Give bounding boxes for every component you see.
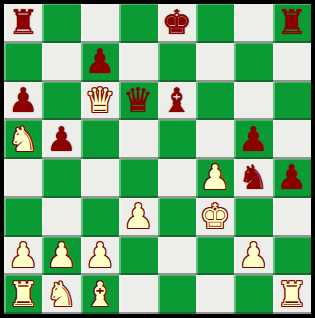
- square-g8[interactable]: [234, 4, 272, 43]
- square-e8[interactable]: ♚: [158, 4, 196, 43]
- square-d7[interactable]: [119, 43, 157, 82]
- square-a1[interactable]: ♜: [4, 275, 42, 314]
- chess-board: ♜♚♜♟♟♛♛♝♞♟♟♟♞♟♟♚♟♟♟♟♜♞♝♜: [4, 4, 311, 314]
- square-e5[interactable]: [158, 120, 196, 159]
- square-b6[interactable]: [42, 82, 80, 121]
- square-h1[interactable]: ♜: [273, 275, 311, 314]
- piece-white-knight[interactable]: ♞: [46, 275, 76, 312]
- piece-white-pawn[interactable]: ♟: [238, 237, 268, 274]
- square-g2[interactable]: ♟: [234, 237, 272, 276]
- square-e1[interactable]: [158, 275, 196, 314]
- square-a6[interactable]: ♟: [4, 82, 42, 121]
- square-b1[interactable]: ♞: [42, 275, 80, 314]
- piece-black-pawn[interactable]: ♟: [238, 120, 268, 157]
- piece-white-rook[interactable]: ♜: [277, 275, 307, 312]
- square-b3[interactable]: [42, 198, 80, 237]
- square-a3[interactable]: [4, 198, 42, 237]
- piece-black-pawn[interactable]: ♟: [8, 82, 38, 119]
- square-f2[interactable]: [196, 237, 234, 276]
- square-c6[interactable]: ♛: [81, 82, 119, 121]
- square-c7[interactable]: ♟: [81, 43, 119, 82]
- piece-white-pawn[interactable]: ♟: [200, 159, 230, 196]
- piece-black-king[interactable]: ♚: [161, 4, 191, 41]
- square-g1[interactable]: [234, 275, 272, 314]
- square-b8[interactable]: [42, 4, 80, 43]
- square-b7[interactable]: [42, 43, 80, 82]
- piece-black-pawn[interactable]: ♟: [46, 120, 76, 157]
- square-g5[interactable]: ♟: [234, 120, 272, 159]
- piece-black-knight[interactable]: ♞: [238, 159, 268, 196]
- piece-black-rook[interactable]: ♜: [8, 4, 38, 41]
- square-g6[interactable]: [234, 82, 272, 121]
- square-d4[interactable]: [119, 159, 157, 198]
- piece-white-knight[interactable]: ♞: [8, 120, 38, 157]
- square-c3[interactable]: [81, 198, 119, 237]
- square-f7[interactable]: [196, 43, 234, 82]
- piece-white-pawn[interactable]: ♟: [8, 237, 38, 274]
- square-f3[interactable]: ♚: [196, 198, 234, 237]
- square-f4[interactable]: ♟: [196, 159, 234, 198]
- square-g4[interactable]: ♞: [234, 159, 272, 198]
- piece-black-pawn[interactable]: ♟: [277, 159, 307, 196]
- square-b4[interactable]: [42, 159, 80, 198]
- square-h4[interactable]: ♟: [273, 159, 311, 198]
- square-d6[interactable]: ♛: [119, 82, 157, 121]
- square-d1[interactable]: [119, 275, 157, 314]
- square-e2[interactable]: [158, 237, 196, 276]
- piece-black-queen[interactable]: ♛: [123, 82, 153, 119]
- piece-white-pawn[interactable]: ♟: [123, 198, 153, 235]
- square-g3[interactable]: [234, 198, 272, 237]
- square-c2[interactable]: ♟: [81, 237, 119, 276]
- square-c5[interactable]: [81, 120, 119, 159]
- piece-black-rook[interactable]: ♜: [277, 4, 307, 41]
- square-h8[interactable]: ♜: [273, 4, 311, 43]
- square-g7[interactable]: [234, 43, 272, 82]
- square-f6[interactable]: [196, 82, 234, 121]
- square-e6[interactable]: ♝: [158, 82, 196, 121]
- square-a5[interactable]: ♞: [4, 120, 42, 159]
- square-b5[interactable]: ♟: [42, 120, 80, 159]
- square-d8[interactable]: [119, 4, 157, 43]
- piece-white-bishop[interactable]: ♝: [85, 275, 115, 312]
- piece-white-king[interactable]: ♚: [200, 198, 230, 235]
- square-f1[interactable]: [196, 275, 234, 314]
- square-e4[interactable]: [158, 159, 196, 198]
- piece-black-bishop[interactable]: ♝: [161, 82, 191, 119]
- square-d5[interactable]: [119, 120, 157, 159]
- square-h6[interactable]: [273, 82, 311, 121]
- square-h2[interactable]: [273, 237, 311, 276]
- piece-black-pawn[interactable]: ♟: [85, 43, 115, 80]
- square-h3[interactable]: [273, 198, 311, 237]
- square-a2[interactable]: ♟: [4, 237, 42, 276]
- square-c8[interactable]: [81, 4, 119, 43]
- square-a7[interactable]: [4, 43, 42, 82]
- square-e7[interactable]: [158, 43, 196, 82]
- square-c1[interactable]: ♝: [81, 275, 119, 314]
- square-d2[interactable]: [119, 237, 157, 276]
- square-b2[interactable]: ♟: [42, 237, 80, 276]
- square-f8[interactable]: [196, 4, 234, 43]
- square-f5[interactable]: [196, 120, 234, 159]
- square-h7[interactable]: [273, 43, 311, 82]
- square-a8[interactable]: ♜: [4, 4, 42, 43]
- piece-white-pawn[interactable]: ♟: [85, 237, 115, 274]
- piece-white-pawn[interactable]: ♟: [46, 237, 76, 274]
- square-h5[interactable]: [273, 120, 311, 159]
- piece-white-queen[interactable]: ♛: [85, 82, 115, 119]
- square-e3[interactable]: [158, 198, 196, 237]
- square-d3[interactable]: ♟: [119, 198, 157, 237]
- square-c4[interactable]: [81, 159, 119, 198]
- square-a4[interactable]: [4, 159, 42, 198]
- piece-white-rook[interactable]: ♜: [8, 275, 38, 312]
- board-frame: ♜♚♜♟♟♛♛♝♞♟♟♟♞♟♟♚♟♟♟♟♜♞♝♜: [0, 0, 315, 318]
